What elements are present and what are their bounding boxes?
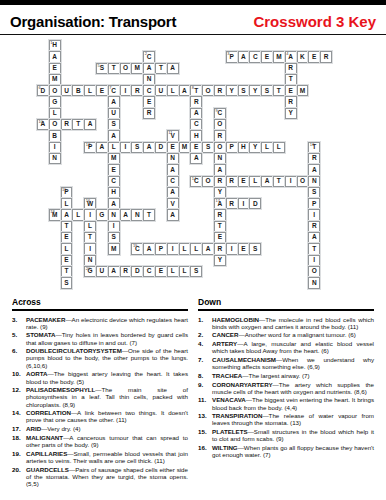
grid-cell-r12c6[interactable]: C [108,176,120,187]
cell-number: 17 [215,199,219,203]
grid-cell-r15c3[interactable]: L [72,209,84,220]
cell-letter: T [218,223,222,230]
grid-cell-r4c6[interactable]: 7C [108,85,120,96]
grid-cell-r7c4[interactable]: A [84,119,96,130]
grid-cell-r9c12[interactable]: M [179,142,191,153]
grid-cell-r9c13[interactable]: E [190,142,202,153]
grid-cell-r6c1[interactable]: L [49,108,61,119]
page-header: Organisation: Transport Crossword 3 Key [0,5,386,35]
cell-letter: R [218,133,223,140]
clue-text: ARID—Very dry. (4) [26,425,188,432]
grid-cell-r10c11[interactable]: N [167,153,179,164]
grid-cell-r9c7[interactable]: I [120,142,132,153]
grid-cell-r19c15[interactable]: Y [214,255,226,266]
grid-cell-r7c6[interactable]: S [108,119,120,130]
clue-lists: Across 3.PACEMAKER—An electronic device … [0,289,386,489]
grid-cell-r7c1[interactable]: O [49,119,61,130]
grid-cell-r4c19[interactable]: S [261,85,273,96]
grid-cell-r2c9[interactable]: A [143,63,155,74]
grid-cell-r4c7[interactable]: I [120,85,132,96]
cell-number: 10 [39,120,43,124]
grid-cell-r8c15[interactable]: R [214,130,226,141]
grid-cell-r4c20[interactable]: T [273,85,285,96]
down-list: 1.HAEMOGLOBIN—The molecule in red blood … [198,316,374,459]
grid-cell-r12c16[interactable]: R [226,176,238,187]
grid-cell-r12c19[interactable]: A [261,176,273,187]
grid-cell-r18c4[interactable]: I [84,243,96,254]
cell-letter: A [100,144,105,151]
grid-cell-r9c8[interactable]: S [131,142,143,153]
grid-cell-r15c4[interactable]: I [84,209,96,220]
cell-letter: I [89,246,91,253]
grid-cell-r15c8[interactable]: N [131,209,143,220]
grid-cell-r17c2[interactable]: E [61,232,73,243]
grid-cell-r18c10[interactable]: P [155,243,167,254]
grid-cell-r2c8[interactable]: M [131,63,143,74]
grid-cell-r12c20[interactable]: T [273,176,285,187]
grid-cell-r10c1[interactable]: N [49,153,61,164]
cell-letter: R [324,54,329,61]
clue-number: 9. [198,381,212,395]
grid-cell-r3c9[interactable]: N [143,74,155,85]
clue-text: PLATELETS—Small structures in the blood … [212,428,374,442]
cell-letter: C [194,121,199,128]
grid-cell-r15c5[interactable]: G [96,209,108,220]
down-clue-4: 4.ARTERY—A large, muscular and elastic b… [198,340,374,354]
cell-letter: I [172,246,174,253]
cell-letter: A [265,178,270,185]
cell-letter: M [135,65,140,72]
grid-cell-r5c13[interactable]: R [190,96,202,107]
grid-cell-r7c15[interactable]: O [214,119,226,130]
grid-cell-r10c13[interactable]: A [190,153,202,164]
grid-cell-r10c6[interactable]: M [108,153,120,164]
grid-cell-r15c11[interactable]: A [167,209,179,220]
cell-number: 1 [50,41,52,45]
cell-letter: E [312,54,316,61]
clue-number: 15. [198,428,212,442]
grid-cell-r6c15[interactable]: 9C [214,108,226,119]
grid-cell-r1c23[interactable]: E [308,51,320,62]
cell-letter: A [170,189,175,196]
grid-cell-r18c2[interactable]: L [61,243,73,254]
grid-cell-r19c23[interactable]: I [308,255,320,266]
grid-cell-r18c16[interactable]: I [226,243,238,254]
down-clue-9: 9.CORONARYARTERY—The artery which suppli… [198,381,374,395]
grid-cell-r14c23[interactable]: P [308,198,320,209]
cell-letter: I [125,88,127,95]
grid-cell-r4c0[interactable]: 6D [37,85,49,96]
grid-cell-r5c9[interactable]: E [143,96,155,107]
grid-cell-r16c6[interactable]: I [108,221,120,232]
cell-letter: C [147,54,152,61]
clue-number: 5. [12,331,26,345]
grid-cell-r13c23[interactable]: S [308,187,320,198]
grid-cell-r14c18[interactable]: D [249,198,261,209]
grid-cell-r9c5[interactable]: A [96,142,108,153]
grid-cell-r12c23[interactable]: N [308,176,320,187]
grid-cell-r2c7[interactable]: O [120,63,132,74]
grid-cell-r18c9[interactable]: A [143,243,155,254]
grid-cell-r21c2[interactable]: S [61,277,73,288]
grid-cell-r1c20[interactable]: M [273,51,285,62]
grid-cell-r20c6[interactable]: A [108,266,120,277]
clue-text: CAPILLARIES—Small, permeable blood vesse… [26,450,188,464]
cell-letter: R [218,88,223,95]
grid-cell-r20c12[interactable]: L [179,266,191,277]
grid-cell-r16c2[interactable]: T [61,221,73,232]
cell-letter: R [288,65,293,72]
cell-letter: H [241,144,246,151]
grid-cell-r7c3[interactable]: T [72,119,84,130]
grid-cell-r6c13[interactable]: A [190,108,202,119]
grid-cell-r18c23[interactable]: T [308,243,320,254]
grid-cell-r12c13[interactable]: 14C [190,176,202,187]
crossword-grid: 1HA2C3PACEM4AKERE5STOMATARMNT6DOUBLE7CIR… [37,40,386,289]
cell-letter: T [277,88,281,95]
cell-letter: S [112,121,116,128]
grid-cell-r5c1[interactable]: G [49,96,61,107]
grid-cell-r19c2[interactable]: E [61,255,73,266]
cell-letter: I [113,223,115,230]
grid-cell-r4c15[interactable]: R [214,85,226,96]
grid-cell-r7c2[interactable]: R [61,119,73,130]
cell-letter: A [170,167,175,174]
cell-letter: U [100,268,105,275]
grid-cell-r1c18[interactable]: C [249,51,261,62]
grid-cell-r8c1[interactable]: B [49,130,61,141]
grid-cell-r10c23[interactable]: R [308,153,320,164]
grid-cell-r9c11[interactable]: E [167,142,179,153]
grid-cell-r9c18[interactable]: Y [249,142,261,153]
grid-cell-r14c11[interactable]: V [167,198,179,209]
cell-letter: C [147,268,152,275]
cell-letter: A [312,167,317,174]
grid-cell-r18c17[interactable]: E [238,243,250,254]
clue-text: VENACAVA—The biggest vein entering the h… [212,396,374,410]
cell-letter: N [135,212,140,219]
cell-letter: A [147,246,152,253]
across-clue-12: 12.PALISADEMESOPHYLL—The main site of ph… [12,386,188,408]
cell-number: 2 [145,52,147,56]
grid-cell-r18c8[interactable]: 19C [131,243,143,254]
grid-cell-r1c21[interactable]: 4A [285,51,297,62]
across-header: Across [12,297,188,311]
grid-cell-r4c11[interactable]: L [167,85,179,96]
cell-letter: E [194,144,198,151]
grid-cell-r16c23[interactable]: R [308,221,320,232]
grid-cell-r20c7[interactable]: R [120,266,132,277]
grid-cell-r12c21[interactable]: I [285,176,297,187]
grid-cell-r2c10[interactable]: T [155,63,167,74]
cell-letter: A [64,212,69,219]
grid-cell-r21c23[interactable]: N [308,277,320,288]
cell-letter: L [65,246,69,253]
cell-letter: Y [229,88,233,95]
grid-cell-r20c13[interactable]: S [190,266,202,277]
grid-cell-r9c4[interactable]: 12P [84,142,96,153]
grid-cell-r4c1[interactable]: O [49,85,61,96]
grid-cell-r4c22[interactable]: M [297,85,309,96]
clue-number: 12. [12,386,26,408]
grid-cell-r12c17[interactable]: E [238,176,250,187]
cell-letter: S [64,280,68,287]
grid-cell-r20c2[interactable]: T [61,266,73,277]
cell-letter: P [229,144,233,151]
cell-letter: A [288,54,293,61]
cell-number: 7 [109,86,111,90]
grid-cell-r15c6[interactable]: N [108,209,120,220]
grid-cell-r1c22[interactable]: K [297,51,309,62]
grid-cell-r2c1[interactable]: E [49,63,61,74]
grid-cell-r4c5[interactable]: E [96,85,108,96]
grid-cell-r4c8[interactable]: R [131,85,143,96]
clue-number: 16. [198,444,212,458]
grid-cell-r1c16[interactable]: 3P [226,51,238,62]
cell-letter: M [52,76,57,83]
cell-letter: D [253,201,258,208]
cell-number: 11 [168,131,172,135]
cell-letter: L [171,268,175,275]
grid-cell-r2c11[interactable]: A [167,63,179,74]
grid-cell-r1c19[interactable]: E [261,51,273,62]
grid-cell-r4c9[interactable]: C [143,85,155,96]
clue-text: TRACHEA—The largest airway. (7) [212,372,374,379]
grid-cell-r20c8[interactable]: D [131,266,143,277]
clue-number: 7. [198,356,212,370]
grid-cell-r18c13[interactable]: L [190,243,202,254]
clue-text: MALIGNANT—A cancerous tumour that can sp… [26,434,188,448]
grid-cell-r13c6[interactable]: H [108,187,120,198]
grid-cell-r8c11[interactable]: 11V [167,130,179,141]
grid-cell-r12c11[interactable]: C [167,176,179,187]
clue-text: CORONARYARTERY—The artery which supplies… [212,381,374,395]
grid-cell-r18c12[interactable]: L [179,243,191,254]
grid-cell-r9c6[interactable]: L [108,142,120,153]
cell-letter: N [52,155,57,162]
grid-cell-r8c13[interactable]: H [190,130,202,141]
clue-text: GUARDCELLS—Pairs of sausage shaped cells… [26,466,188,488]
grid-cell-r13c2[interactable]: 15P [61,187,73,198]
clue-number: 8. [198,372,212,379]
cell-letter: C [111,88,116,95]
cell-letter: N [88,257,93,264]
grid-cell-r15c2[interactable]: A [61,209,73,220]
grid-cell-r9c19[interactable]: L [261,142,273,153]
grid-cell-r8c6[interactable]: A [108,130,120,141]
grid-cell-r11c23[interactable]: A [308,164,320,175]
cell-letter: G [52,99,57,106]
grid-cell-r14c6[interactable]: A [108,198,120,209]
cell-letter: O [312,268,317,275]
grid-cell-r4c3[interactable]: B [72,85,84,96]
grid-cell-r2c21[interactable]: R [285,63,297,74]
clue-text: TRANSPIRATION—The release of water vapou… [212,412,374,426]
grid-cell-r20c10[interactable]: E [155,266,167,277]
grid-cell-r1c17[interactable]: A [238,51,250,62]
cell-letter: H [52,42,57,49]
cell-letter: T [312,246,316,253]
grid-cell-r9c17[interactable]: H [238,142,250,153]
grid-cell-r6c9[interactable]: R [143,108,155,119]
clue-text: DOUBLECIRCULATORYSYSTEM—One side of the … [26,347,188,369]
grid-cell-r16c15[interactable]: T [214,221,226,232]
crossword-grid-area: 1HA2C3PACEM4AKERE5STOMATARMNT6DOUBLE7CIR… [37,40,386,289]
cell-letter: R [312,155,317,162]
grid-cell-r5c6[interactable]: A [108,96,120,107]
clue-number: 1. [198,316,212,330]
grid-cell-r12c18[interactable]: L [249,176,261,187]
clue-number: 3. [12,316,26,330]
cell-letter: A [147,65,152,72]
grid-cell-r9c9[interactable]: A [143,142,155,153]
cell-letter: M [182,144,187,151]
cell-letter: C [218,110,223,117]
cell-number: 13 [310,143,314,147]
cell-letter: D [41,88,46,95]
grid-cell-r4c17[interactable]: S [238,85,250,96]
grid-cell-r7c13[interactable]: C [190,119,202,130]
cell-letter: L [53,110,57,117]
grid-cell-r13c15[interactable]: Y [214,187,226,198]
clue-number: 11. [198,396,212,410]
grid-cell-r12c22[interactable]: O [297,176,309,187]
grid-cell-r20c5[interactable]: U [96,266,108,277]
across-clue-20: 20.GUARDCELLS—Pairs of sausage shaped ce… [12,466,188,488]
grid-cell-r9c23[interactable]: 13T [308,142,320,153]
across-clue-6: 6.DOUBLECIRCULATORYSYSTEM—One side of th… [12,347,188,369]
cell-number: 4 [286,52,288,56]
grid-cell-r14c16[interactable]: R [226,198,238,209]
cell-letter: D [159,144,164,151]
cell-letter: O [206,88,211,95]
grid-cell-r10c15[interactable]: N [214,153,226,164]
grid-cell-r15c9[interactable]: T [143,209,155,220]
down-clue-8: 8.TRACHEA—The largest airway. (7) [198,372,374,379]
grid-cell-r4c13[interactable]: 8T [190,85,202,96]
grid-cell-r4c2[interactable]: U [61,85,73,96]
grid-cell-r5c21[interactable]: R [285,96,297,107]
grid-cell-r18c11[interactable]: I [167,243,179,254]
cell-letter: A [194,110,199,117]
down-clue-16: 16.WILTING—When plants go all floppy bec… [198,444,374,458]
grid-cell-r15c23[interactable]: I [308,209,320,220]
grid-cell-r12c15[interactable]: R [214,176,226,187]
cell-letter: Y [218,189,222,196]
grid-cell-r20c9[interactable]: C [143,266,155,277]
grid-cell-r0c1[interactable]: 1H [49,40,61,51]
grid-cell-r9c10[interactable]: D [155,142,167,153]
across-column: Across 3.PACEMAKER—An electronic device … [12,297,188,489]
grid-cell-r4c14[interactable]: O [202,85,214,96]
grid-cell-r4c4[interactable]: L [84,85,96,96]
cell-number: 6 [39,86,41,90]
grid-cell-r20c11[interactable]: L [167,266,179,277]
grid-cell-r16c4[interactable]: L [84,221,96,232]
grid-cell-r12c14[interactable]: O [202,176,214,187]
grid-cell-r17c6[interactable]: S [108,232,120,243]
grid-cell-r4c21[interactable]: E [285,85,297,96]
grid-cell-r1c24[interactable]: R [320,51,332,62]
grid-cell-r1c1[interactable]: A [49,51,61,62]
grid-cell-r4c18[interactable]: Y [249,85,261,96]
cell-letter: Y [253,144,257,151]
grid-cell-r17c4[interactable]: T [84,232,96,243]
grid-cell-r14c15[interactable]: 17A [214,198,226,209]
grid-cell-r9c15[interactable]: O [214,142,226,153]
down-clue-15: 15.PLATELETS—Small structures in the blo… [198,428,374,442]
cell-number: 18 [50,210,54,214]
cell-letter: L [112,144,116,151]
grid-cell-r11c15[interactable]: A [214,164,226,175]
grid-cell-r18c14[interactable]: A [202,243,214,254]
grid-cell-r11c6[interactable]: E [108,164,120,175]
cell-letter: I [54,144,56,151]
cell-letter: R [123,268,128,275]
grid-cell-r14c17[interactable]: I [238,198,250,209]
grid-cell-r17c15[interactable]: E [214,232,226,243]
clue-number: 4. [198,340,212,354]
grid-cell-r4c12[interactable]: A [179,85,191,96]
grid-cell-r13c11[interactable]: A [167,187,179,198]
grid-cell-r3c1[interactable]: M [49,74,61,85]
grid-cell-r19c4[interactable]: N [84,255,96,266]
grid-cell-r14c4[interactable]: 16W [84,198,96,209]
grid-cell-r15c1[interactable]: 18M [49,209,61,220]
grid-cell-r3c21[interactable]: T [285,74,297,85]
grid-cell-r9c14[interactable]: S [202,142,214,153]
grid-cell-r7c0[interactable]: 10A [37,119,49,130]
grid-cell-r6c6[interactable]: U [108,108,120,119]
grid-cell-r9c20[interactable]: L [273,142,285,153]
cell-letter: I [231,246,233,253]
cell-letter: R [135,88,140,95]
grid-cell-r14c2[interactable]: L [61,198,73,209]
cell-letter: A [111,133,116,140]
grid-cell-r9c1[interactable]: I [49,142,61,153]
grid-cell-r18c6[interactable]: M [108,243,120,254]
cell-letter: R [218,178,223,185]
grid-cell-r15c15[interactable]: R [214,209,226,220]
grid-cell-r2c6[interactable]: T [108,63,120,74]
down-clue-2: 2.CANCER—Another word for a malignant tu… [198,331,374,338]
cell-letter: O [206,178,211,185]
cell-letter: S [112,234,116,241]
grid-cell-r17c23[interactable]: A [308,232,320,243]
grid-cell-r18c18[interactable]: S [249,243,261,254]
cell-letter: L [253,178,257,185]
grid-cell-r20c23[interactable]: O [308,266,320,277]
grid-cell-r9c16[interactable]: P [226,142,238,153]
cell-letter: E [241,178,245,185]
grid-cell-r4c10[interactable]: U [155,85,167,96]
grid-cell-r4c16[interactable]: Y [226,85,238,96]
across-clue-18: 18.MALIGNANT—A cancerous tumour that can… [12,434,188,448]
cell-letter: A [123,212,128,219]
cell-letter: L [76,212,80,219]
clue-text: AORTA—The biggest artery leaving the hea… [26,370,188,384]
grid-cell-r6c21[interactable]: Y [285,108,297,119]
grid-cell-r1c9[interactable]: 2C [143,51,155,62]
grid-cell-r18c15[interactable]: R [214,243,226,254]
cell-letter: E [288,88,292,95]
grid-cell-r20c4[interactable]: 20G [84,266,96,277]
grid-cell-r2c5[interactable]: 5S [96,63,108,74]
grid-cell-r11c11[interactable]: A [167,164,179,175]
cell-letter: C [170,178,175,185]
cell-letter: K [300,54,305,61]
grid-cell-r15c7[interactable]: A [120,209,132,220]
